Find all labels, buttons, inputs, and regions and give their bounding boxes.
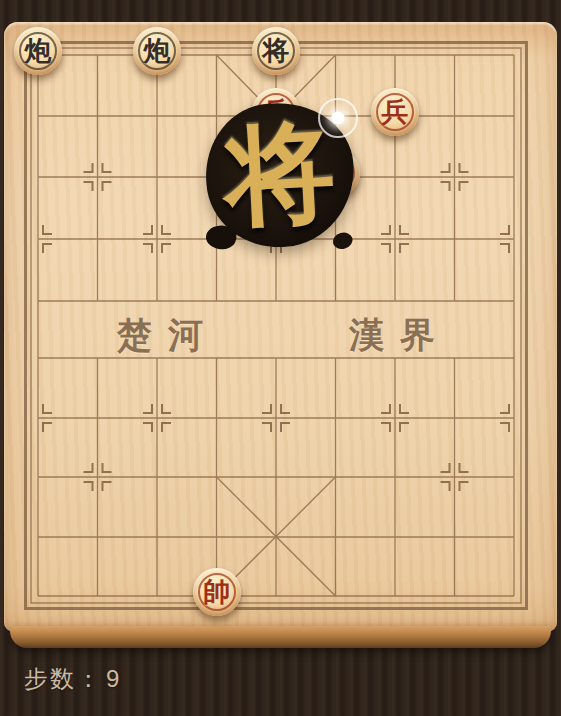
river-label-han-jie: 漢界 <box>349 312 451 359</box>
move-counter-label: 步数： <box>24 665 102 692</box>
move-dot-icon <box>331 112 344 125</box>
black-cannon-piece[interactable]: 炮 <box>133 27 181 75</box>
piece-character: 将 <box>252 27 300 75</box>
red-general-piece[interactable]: 帥 <box>193 568 241 616</box>
move-counter-value: 9 <box>106 665 121 692</box>
move-counter: 步数：9 <box>24 663 121 695</box>
piece-character: 兵 <box>371 88 419 136</box>
piece-character: 炮 <box>133 27 181 75</box>
last-move-indicator <box>318 98 358 138</box>
red-soldier-piece[interactable]: 兵 <box>371 88 419 136</box>
piece-character: 炮 <box>14 27 62 75</box>
game-screen: 楚河 漢界 炮炮将兵兵兵帥 将 步数：9 <box>0 0 561 716</box>
piece-character: 帥 <box>193 568 241 616</box>
black-general-piece[interactable]: 将 <box>252 27 300 75</box>
black-cannon-piece[interactable]: 炮 <box>14 27 62 75</box>
river-label-chu-he: 楚河 <box>117 312 219 359</box>
